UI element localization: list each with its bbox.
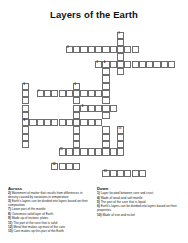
grid-cell[interactable] <box>44 90 51 97</box>
grid-cell[interactable] <box>102 134 109 141</box>
grid-cell[interactable] <box>22 97 29 104</box>
grid-cell[interactable] <box>73 148 80 155</box>
grid-cell[interactable] <box>73 119 80 126</box>
grid-cell[interactable] <box>73 112 80 119</box>
grid-cell[interactable] <box>95 90 102 97</box>
grid-cell[interactable] <box>110 105 117 112</box>
grid-cell[interactable] <box>102 105 109 112</box>
grid-cell[interactable] <box>117 68 124 75</box>
grid-cell[interactable] <box>110 46 117 53</box>
clue-number: 13 <box>104 171 107 174</box>
clue-number: 4 <box>104 62 105 65</box>
grid-cell[interactable] <box>110 170 117 177</box>
grid-cell[interactable] <box>73 163 80 170</box>
grid-cell[interactable] <box>59 119 66 126</box>
grid-cell[interactable] <box>88 119 95 126</box>
grid-cell[interactable] <box>132 46 139 53</box>
grid-cell[interactable]: 11 <box>59 148 66 155</box>
grid-cell[interactable] <box>80 119 87 126</box>
clue-number: 3 <box>96 62 97 65</box>
clue-item: 6) Earth's layers can be divided into la… <box>97 205 184 212</box>
grid-cell[interactable] <box>117 61 124 68</box>
clue-number: 11 <box>60 149 63 152</box>
down-clue-list: 1) Layer located between core and crust4… <box>97 192 184 217</box>
grid-cell[interactable] <box>66 148 73 155</box>
grid-cell[interactable] <box>102 68 109 75</box>
grid-cell[interactable] <box>117 134 124 141</box>
grid-cell[interactable] <box>80 90 87 97</box>
grid-cell[interactable] <box>73 141 80 148</box>
grid-cell[interactable] <box>102 75 109 82</box>
grid-cell[interactable] <box>110 61 117 68</box>
grid-cell[interactable] <box>51 119 58 126</box>
clue-number: 9 <box>23 120 24 123</box>
grid-cell[interactable]: 4 <box>102 61 109 68</box>
grid-cell[interactable] <box>139 61 146 68</box>
grid-cell[interactable]: 13 <box>102 170 109 177</box>
grid-cell[interactable] <box>124 170 131 177</box>
clue-number: 10 <box>118 128 121 131</box>
grid-cell[interactable] <box>117 148 124 155</box>
grid-cell[interactable] <box>22 134 29 141</box>
grid-cell[interactable] <box>102 97 109 104</box>
grid-cell[interactable] <box>22 126 29 133</box>
grid-cell[interactable] <box>73 97 80 104</box>
grid-cell[interactable] <box>153 61 160 68</box>
grid-cell[interactable]: 12 <box>51 163 58 170</box>
crossword-grid[interactable]: 12345678910111213 <box>0 0 188 188</box>
grid-cell[interactable] <box>44 119 51 126</box>
grid-cell[interactable] <box>66 163 73 170</box>
grid-cell[interactable] <box>22 90 29 97</box>
clue-item: 10) Made of iron and nickel <box>97 214 184 218</box>
grid-cell[interactable] <box>88 90 95 97</box>
grid-cell[interactable] <box>88 46 95 53</box>
grid-cell[interactable] <box>88 105 95 112</box>
grid-cell[interactable] <box>102 112 109 119</box>
grid-cell[interactable] <box>95 119 102 126</box>
grid-cell[interactable] <box>66 90 73 97</box>
grid-cell[interactable] <box>59 163 66 170</box>
clue-number: 6 <box>74 84 75 87</box>
grid-cell[interactable] <box>132 61 139 68</box>
grid-cell[interactable] <box>102 83 109 90</box>
grid-cell[interactable] <box>73 90 80 97</box>
clue-number: 5 <box>23 84 24 87</box>
grid-cell[interactable] <box>139 170 146 177</box>
grid-cell[interactable] <box>117 170 124 177</box>
grid-cell[interactable] <box>95 148 102 155</box>
grid-cell[interactable] <box>59 90 66 97</box>
grid-cell[interactable] <box>88 148 95 155</box>
grid-cell[interactable] <box>66 119 73 126</box>
grid-cell[interactable] <box>73 46 80 53</box>
grid-cell[interactable] <box>124 61 131 68</box>
grid-cell[interactable] <box>73 105 80 112</box>
grid-cell[interactable]: 3 <box>95 61 102 68</box>
grid-cell[interactable] <box>73 126 80 133</box>
grid-cell[interactable] <box>168 61 175 68</box>
grid-cell[interactable] <box>80 46 87 53</box>
grid-cell[interactable]: 7 <box>37 90 44 97</box>
grid-cell[interactable] <box>132 170 139 177</box>
grid-cell[interactable] <box>117 141 124 148</box>
grid-cell[interactable]: 2 <box>66 46 73 53</box>
grid-cell[interactable]: 9 <box>22 119 29 126</box>
grid-cell[interactable] <box>161 61 168 68</box>
grid-cell[interactable] <box>37 119 44 126</box>
grid-cell[interactable] <box>95 46 102 53</box>
grid-cell[interactable] <box>80 148 87 155</box>
grid-cell[interactable] <box>73 134 80 141</box>
clue-number: 1 <box>118 33 119 36</box>
grid-cell[interactable] <box>102 148 109 155</box>
grid-cell[interactable] <box>51 90 58 97</box>
grid-cell[interactable]: 1 <box>117 32 124 39</box>
grid-cell[interactable] <box>22 141 29 148</box>
grid-cell[interactable]: 8 <box>80 105 87 112</box>
clue-number: 12 <box>53 164 56 167</box>
grid-cell[interactable] <box>29 119 36 126</box>
clue-number: 8 <box>82 106 83 109</box>
down-clues: Down 1) Layer located between core and c… <box>97 186 184 218</box>
grid-cell[interactable] <box>102 126 109 133</box>
clue-number: 7 <box>38 91 39 94</box>
grid-cell[interactable] <box>117 39 124 46</box>
grid-cell[interactable] <box>102 90 109 97</box>
grid-cell[interactable]: 5 <box>22 83 29 90</box>
grid-cell[interactable] <box>146 61 153 68</box>
grid-cell[interactable] <box>95 105 102 112</box>
grid-cell[interactable] <box>102 141 109 148</box>
grid-cell[interactable] <box>102 46 109 53</box>
grid-cell[interactable] <box>110 148 117 155</box>
grid-cell[interactable] <box>22 105 29 112</box>
grid-cell[interactable]: 10 <box>117 126 124 133</box>
across-clue-list: 2) Movement of matter that results from … <box>8 192 93 234</box>
grid-cell[interactable] <box>117 53 124 60</box>
grid-cell[interactable] <box>22 112 29 119</box>
grid-cell[interactable]: 6 <box>73 83 80 90</box>
clue-item: 13) Core makes up this part of the Earth <box>8 230 93 234</box>
grid-cell[interactable] <box>117 46 124 53</box>
grid-cell[interactable] <box>124 46 131 53</box>
clue-number: 2 <box>67 47 68 50</box>
across-clues: Across 2) Movement of matter that result… <box>8 186 93 235</box>
